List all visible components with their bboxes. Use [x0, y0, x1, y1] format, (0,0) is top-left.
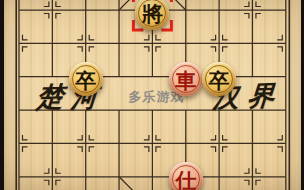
piece-black-soldier-a[interactable]: 卒: [69, 62, 103, 96]
piece-red-advisor[interactable]: 仕: [169, 162, 203, 190]
xiangqi-game-screen: 楚 河 汉 界 多乐游戏 將卒車卒仕: [0, 0, 304, 190]
piece-red-chariot[interactable]: 車: [169, 62, 203, 96]
piece-black-soldier-b[interactable]: 卒: [202, 62, 236, 96]
piece-character: 將: [142, 3, 163, 24]
piece-character: 車: [175, 70, 196, 91]
piece-character: 卒: [209, 70, 230, 91]
xiangqi-board[interactable]: 楚 河 汉 界 多乐游戏 將卒車卒仕: [4, 0, 301, 190]
piece-character: 卒: [75, 70, 96, 91]
piece-character: 仕: [175, 170, 196, 190]
